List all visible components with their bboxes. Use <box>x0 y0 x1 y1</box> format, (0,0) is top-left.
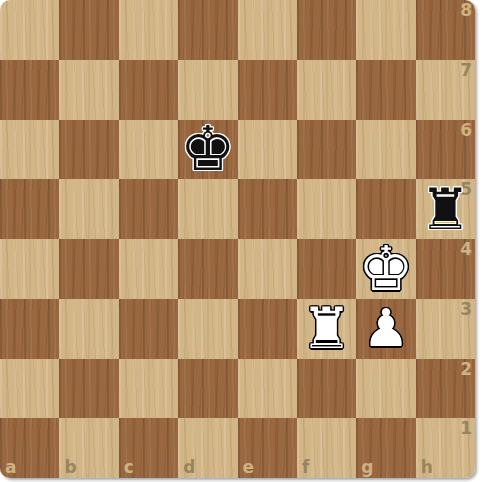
square-h1[interactable]: 1h <box>416 418 475 478</box>
square-d3[interactable] <box>178 299 237 359</box>
square-c2[interactable] <box>119 359 178 419</box>
square-b8[interactable] <box>59 0 118 60</box>
square-e1[interactable]: e <box>238 418 297 478</box>
square-e3[interactable] <box>238 299 297 359</box>
file-label-f: f <box>302 459 309 476</box>
square-h7[interactable]: 7 <box>416 60 475 120</box>
square-g3[interactable]: ♟ <box>356 299 415 359</box>
square-a2[interactable] <box>0 359 59 419</box>
file-label-a: a <box>5 459 16 476</box>
square-h3[interactable]: 3 <box>416 299 475 359</box>
square-d2[interactable] <box>178 359 237 419</box>
rank-label-6: 6 <box>460 122 472 139</box>
rank-label-7: 7 <box>460 62 472 79</box>
square-a8[interactable] <box>0 0 59 60</box>
square-e6[interactable] <box>238 120 297 180</box>
rank-label-8: 8 <box>460 2 472 19</box>
rank-label-1: 1 <box>460 420 472 437</box>
page: 87♚65♜♚4♜♟32abcdefg1h <box>0 0 485 482</box>
square-f5[interactable] <box>297 179 356 239</box>
square-h4[interactable]: 4 <box>416 239 475 299</box>
file-label-b: b <box>64 459 76 476</box>
square-b4[interactable] <box>59 239 118 299</box>
square-f4[interactable] <box>297 239 356 299</box>
square-g4[interactable]: ♚ <box>356 239 415 299</box>
square-b3[interactable] <box>59 299 118 359</box>
square-b5[interactable] <box>59 179 118 239</box>
square-c8[interactable] <box>119 0 178 60</box>
square-f6[interactable] <box>297 120 356 180</box>
square-c4[interactable] <box>119 239 178 299</box>
square-c6[interactable] <box>119 120 178 180</box>
square-e8[interactable] <box>238 0 297 60</box>
square-f7[interactable] <box>297 60 356 120</box>
square-f2[interactable] <box>297 359 356 419</box>
square-a5[interactable] <box>0 179 59 239</box>
square-a6[interactable] <box>0 120 59 180</box>
square-h8[interactable]: 8 <box>416 0 475 60</box>
square-d5[interactable] <box>178 179 237 239</box>
square-h6[interactable]: 6 <box>416 120 475 180</box>
square-b6[interactable] <box>59 120 118 180</box>
file-label-e: e <box>243 459 255 476</box>
piece-white-pawn[interactable]: ♟ <box>356 299 415 359</box>
chess-board: 87♚65♜♚4♜♟32abcdefg1h <box>0 0 475 478</box>
square-e5[interactable] <box>238 179 297 239</box>
piece-white-king[interactable]: ♚ <box>356 239 415 299</box>
file-label-d: d <box>183 459 195 476</box>
square-f8[interactable] <box>297 0 356 60</box>
square-b2[interactable] <box>59 359 118 419</box>
square-d7[interactable] <box>178 60 237 120</box>
piece-white-rook[interactable]: ♜ <box>297 299 356 359</box>
square-d4[interactable] <box>178 239 237 299</box>
square-e4[interactable] <box>238 239 297 299</box>
square-h2[interactable]: 2 <box>416 359 475 419</box>
square-f3[interactable]: ♜ <box>297 299 356 359</box>
square-e2[interactable] <box>238 359 297 419</box>
square-h5[interactable]: 5♜ <box>416 179 475 239</box>
square-b1[interactable]: b <box>59 418 118 478</box>
file-label-c: c <box>124 459 134 476</box>
square-g8[interactable] <box>356 0 415 60</box>
square-g1[interactable]: g <box>356 418 415 478</box>
file-label-g: g <box>361 459 373 476</box>
square-b7[interactable] <box>59 60 118 120</box>
square-a1[interactable]: a <box>0 418 59 478</box>
square-a3[interactable] <box>0 299 59 359</box>
square-c5[interactable] <box>119 179 178 239</box>
square-d1[interactable]: d <box>178 418 237 478</box>
rank-label-4: 4 <box>460 241 472 258</box>
square-d6[interactable]: ♚ <box>178 120 237 180</box>
square-g7[interactable] <box>356 60 415 120</box>
square-g6[interactable] <box>356 120 415 180</box>
piece-black-rook[interactable]: ♜ <box>416 179 475 239</box>
rank-label-3: 3 <box>460 301 472 318</box>
piece-black-king[interactable]: ♚ <box>178 120 237 180</box>
square-d8[interactable] <box>178 0 237 60</box>
square-a7[interactable] <box>0 60 59 120</box>
rank-label-2: 2 <box>460 361 472 378</box>
square-e7[interactable] <box>238 60 297 120</box>
file-label-h: h <box>421 459 433 476</box>
square-c3[interactable] <box>119 299 178 359</box>
square-c7[interactable] <box>119 60 178 120</box>
square-g2[interactable] <box>356 359 415 419</box>
square-g5[interactable] <box>356 179 415 239</box>
square-a4[interactable] <box>0 239 59 299</box>
square-f1[interactable]: f <box>297 418 356 478</box>
square-c1[interactable]: c <box>119 418 178 478</box>
